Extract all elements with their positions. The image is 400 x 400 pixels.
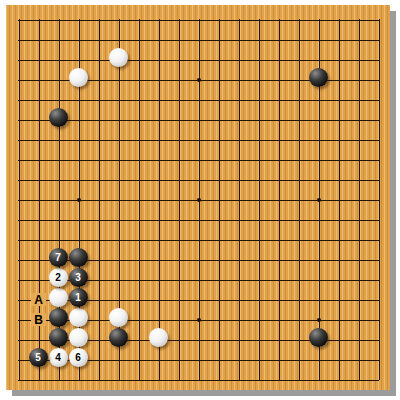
grid-line-horizontal bbox=[18, 240, 379, 241]
stone-white[interactable] bbox=[69, 308, 88, 327]
stone-black[interactable] bbox=[49, 328, 68, 347]
grid-line-vertical bbox=[259, 19, 260, 380]
stone-black[interactable] bbox=[49, 108, 68, 127]
stone-black[interactable] bbox=[309, 328, 328, 347]
stone-white[interactable] bbox=[49, 288, 68, 307]
move-stone-5[interactable]: 5 bbox=[29, 348, 48, 367]
stone-white[interactable] bbox=[69, 328, 88, 347]
stone-white[interactable] bbox=[69, 68, 88, 87]
grid-line-vertical bbox=[299, 19, 300, 380]
stone-white[interactable] bbox=[149, 328, 168, 347]
grid-line-vertical bbox=[379, 19, 380, 380]
stone-black[interactable] bbox=[309, 68, 328, 87]
stone-black[interactable] bbox=[69, 248, 88, 267]
grid-line-vertical bbox=[219, 19, 220, 380]
star-point bbox=[317, 198, 321, 202]
star-point bbox=[197, 198, 201, 202]
stone-white[interactable] bbox=[109, 48, 128, 67]
grid-line-vertical bbox=[279, 19, 280, 380]
point-label-b[interactable]: B bbox=[31, 313, 46, 326]
stone-black[interactable] bbox=[49, 308, 68, 327]
move-stone-3[interactable]: 3 bbox=[69, 268, 88, 287]
stone-white[interactable] bbox=[109, 308, 128, 327]
move-stone-1[interactable]: 1 bbox=[69, 288, 88, 307]
grid-line-horizontal bbox=[18, 220, 379, 221]
point-label-a[interactable]: A bbox=[31, 293, 46, 306]
go-board[interactable]: 1234567AB bbox=[6, 5, 390, 390]
stone-black[interactable] bbox=[109, 328, 128, 347]
grid-line-vertical bbox=[239, 19, 240, 380]
grid-line-vertical bbox=[339, 19, 340, 380]
star-point bbox=[317, 318, 321, 322]
move-stone-7[interactable]: 7 bbox=[49, 248, 68, 267]
move-stone-4[interactable]: 4 bbox=[49, 348, 68, 367]
star-point bbox=[197, 318, 201, 322]
grid-line-horizontal bbox=[18, 380, 379, 381]
star-point bbox=[77, 198, 81, 202]
grid-line-vertical bbox=[359, 19, 360, 380]
star-point bbox=[197, 78, 201, 82]
move-stone-2[interactable]: 2 bbox=[49, 268, 68, 287]
move-stone-6[interactable]: 6 bbox=[69, 348, 88, 367]
